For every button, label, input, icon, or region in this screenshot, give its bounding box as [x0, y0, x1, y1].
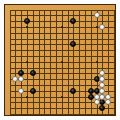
grid-line-vertical — [39, 10, 40, 115]
grid-line-horizontal — [10, 33, 115, 34]
grid-line-vertical — [114, 10, 115, 115]
white-stone — [99, 24, 105, 30]
star-point — [96, 61, 98, 63]
white-stone — [105, 99, 111, 105]
grid-line-horizontal — [10, 114, 115, 115]
grid-line-horizontal — [10, 39, 115, 40]
star-point — [26, 96, 28, 98]
star-point — [26, 26, 28, 28]
grid-line-vertical — [73, 10, 74, 115]
grid-line-vertical — [21, 10, 22, 115]
grid-line-vertical — [33, 10, 34, 115]
black-stone — [70, 41, 76, 47]
white-stone — [18, 76, 24, 82]
grid-line-horizontal — [10, 56, 115, 57]
black-stone — [70, 18, 76, 24]
grid-line-vertical — [68, 10, 69, 115]
grid-line-vertical — [62, 10, 63, 115]
star-point — [61, 61, 63, 63]
grid-line-vertical — [79, 10, 80, 115]
grid-line-horizontal — [10, 50, 115, 51]
grid-line-vertical — [27, 10, 28, 115]
black-stone — [24, 18, 30, 24]
grid-line-vertical — [44, 10, 45, 115]
grid-line-horizontal — [10, 68, 115, 69]
white-stone — [99, 88, 105, 94]
black-stone — [88, 94, 94, 100]
white-stone — [94, 12, 100, 18]
grid-line-horizontal — [10, 44, 115, 45]
white-stone — [18, 88, 24, 94]
grid-line-horizontal — [10, 62, 115, 63]
black-stone — [70, 88, 76, 94]
white-stone — [94, 99, 100, 105]
grid-line-vertical — [50, 10, 51, 115]
grid-line-horizontal — [10, 10, 115, 11]
star-point — [96, 26, 98, 28]
black-stone — [30, 70, 36, 76]
page-background — [0, 0, 120, 120]
black-stone — [88, 88, 94, 94]
star-point — [61, 96, 63, 98]
grid-line-vertical — [56, 10, 57, 115]
grid-line-vertical — [85, 10, 86, 115]
star-point — [26, 61, 28, 63]
star-point — [61, 26, 63, 28]
grid-line-vertical — [10, 10, 11, 115]
black-stone — [99, 105, 105, 111]
black-stone — [30, 88, 36, 94]
go-board[interactable] — [4, 4, 116, 116]
grid-line-vertical — [15, 10, 16, 115]
white-stone — [99, 82, 105, 88]
